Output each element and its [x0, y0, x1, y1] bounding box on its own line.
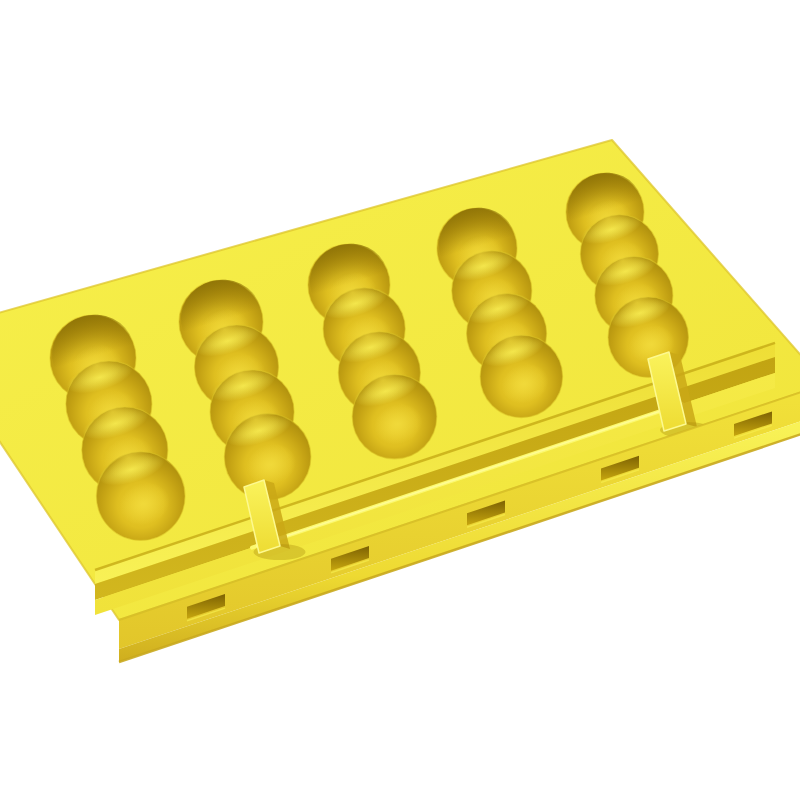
ice-pop-mold-image [0, 0, 800, 800]
product-photo [0, 0, 800, 800]
